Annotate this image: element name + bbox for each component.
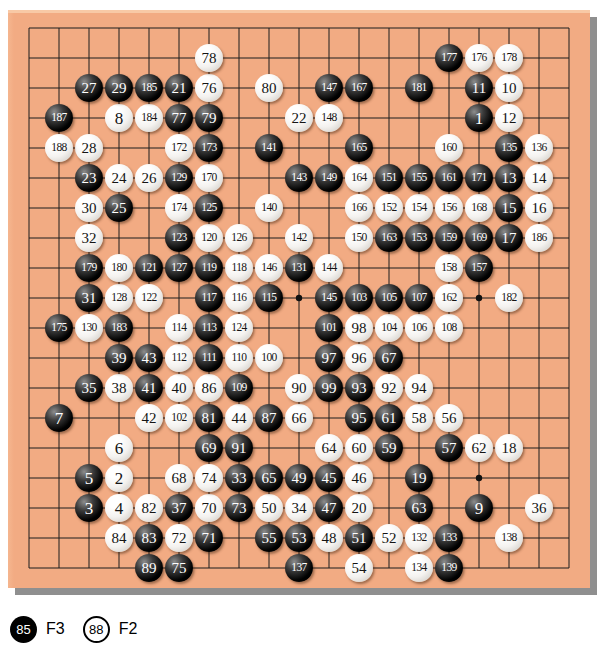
stone-number: 142 [291,232,306,244]
stone-black-93: 93 [345,374,373,402]
stone-number: 22 [292,111,307,126]
stone-white-84: 84 [105,524,133,552]
stone-number: 64 [322,441,337,456]
stone-white-26: 26 [135,164,163,192]
stone-white-18: 18 [495,434,523,462]
stone-white-128: 128 [105,284,133,312]
stone-number: 72 [172,531,187,546]
stone-black-67: 67 [375,344,403,372]
caption-black-move-coord: F3 [46,620,65,638]
stone-number: 126 [231,232,246,244]
stone-number: 87 [262,411,277,426]
stone-number: 173 [201,142,216,154]
stone-black-73: 73 [225,494,253,522]
stone-black-165: 165 [345,134,373,162]
stone-number: 117 [201,292,216,304]
stone-black-17: 17 [495,224,523,252]
stone-number: 167 [351,82,366,94]
stone-number: 169 [471,232,486,244]
stone-number: 162 [441,292,456,304]
stone-number: 50 [262,501,277,516]
stone-white-54: 54 [345,554,373,582]
stone-black-49: 49 [285,464,313,492]
stone-white-138: 138 [495,524,523,552]
stone-number: 10 [502,81,517,96]
stone-black-79: 79 [195,104,223,132]
stone-white-148: 148 [315,104,343,132]
stone-number: 52 [382,531,397,546]
stone-black-23: 23 [75,164,103,192]
stone-white-96: 96 [345,344,373,372]
stone-number: 102 [171,412,186,424]
stone-black-185: 185 [135,74,163,102]
stone-white-168: 168 [465,194,493,222]
stone-number: 73 [232,501,247,516]
stone-black-21: 21 [165,74,193,102]
stone-white-56: 56 [435,404,463,432]
stone-number: 124 [231,322,246,334]
stone-number: 135 [501,142,516,154]
stone-number: 5 [85,470,94,487]
stone-white-186: 186 [525,224,553,252]
stone-white-74: 74 [195,464,223,492]
stone-number: 80 [262,81,277,96]
caption-white-stone-icon: 88 [83,616,110,643]
stone-white-90: 90 [285,374,313,402]
stone-black-129: 129 [165,164,193,192]
stone-white-50: 50 [255,494,283,522]
stone-number: 109 [231,382,246,394]
stone-white-112: 112 [165,344,193,372]
stone-white-72: 72 [165,524,193,552]
stone-white-32: 32 [75,224,103,252]
stone-black-105: 105 [375,284,403,312]
stone-black-111: 111 [195,344,223,372]
stone-black-101: 101 [315,314,343,342]
stone-black-177: 177 [435,44,463,72]
stone-number: 67 [382,351,397,366]
stone-white-100: 100 [255,344,283,372]
stone-number: 180 [111,262,126,274]
caption: 85 F3 88 F2 [10,614,146,644]
stone-number: 46 [352,471,367,486]
stone-number: 133 [441,532,456,544]
stone-black-159: 159 [435,224,463,252]
stone-number: 168 [471,202,486,214]
stone-number: 35 [82,381,97,396]
stone-black-147: 147 [315,74,343,102]
stone-number: 77 [172,111,187,126]
stone-number: 144 [321,262,336,274]
stone-black-87: 87 [255,404,283,432]
stone-black-171: 171 [465,164,493,192]
stone-number: 104 [381,322,396,334]
stone-number: 145 [321,292,336,304]
stone-black-97: 97 [315,344,343,372]
stone-number: 17 [502,231,517,246]
stone-number: 1 [475,110,484,127]
stone-number: 105 [381,292,396,304]
stone-black-103: 103 [345,284,373,312]
stone-number: 125 [201,202,216,214]
stone-number: 16 [532,201,547,216]
stone-white-68: 68 [165,464,193,492]
stone-number: 115 [261,292,276,304]
stone-white-80: 80 [255,74,283,102]
caption-white-move-coord: F2 [119,620,138,638]
stone-white-102: 102 [165,404,193,432]
stone-white-60: 60 [345,434,373,462]
stone-white-122: 122 [135,284,163,312]
stone-black-89: 89 [135,554,163,582]
stone-white-124: 124 [225,314,253,342]
stone-number: 6 [115,440,124,457]
stone-number: 39 [112,351,127,366]
stone-white-10: 10 [495,74,523,102]
stone-black-45: 45 [315,464,343,492]
stone-white-182: 182 [495,284,523,312]
stone-white-126: 126 [225,224,253,252]
stone-black-179: 179 [75,254,103,282]
stone-white-52: 52 [375,524,403,552]
stone-number: 12 [502,111,517,126]
stone-white-4: 4 [105,494,133,522]
stone-number: 151 [381,172,396,184]
stone-number: 156 [441,202,456,214]
stone-white-104: 104 [375,314,403,342]
stone-white-108: 108 [435,314,463,342]
stone-white-86: 86 [195,374,223,402]
stone-number: 179 [81,262,96,274]
stone-number: 25 [112,201,127,216]
stone-number: 15 [502,201,517,216]
stone-number: 47 [322,501,337,516]
stone-number: 71 [202,531,217,546]
stone-white-28: 28 [75,134,103,162]
stone-number: 92 [382,381,397,396]
stone-white-130: 130 [75,314,103,342]
stone-black-131: 131 [285,254,313,282]
stone-number: 63 [412,501,427,516]
stone-number: 21 [172,81,187,96]
stone-white-164: 164 [345,164,373,192]
stone-black-41: 41 [135,374,163,402]
stone-number: 106 [411,322,426,334]
stone-black-119: 119 [195,254,223,282]
stone-black-153: 153 [405,224,433,252]
stone-white-66: 66 [285,404,313,432]
stones-layer: 1234567891011121314151617181920212223242… [8,10,590,588]
stone-white-160: 160 [435,134,463,162]
stone-white-180: 180 [105,254,133,282]
stone-number: 127 [171,262,186,274]
stone-number: 171 [471,172,486,184]
stone-number: 37 [172,501,187,516]
stone-number: 113 [201,322,216,334]
stone-black-183: 183 [105,314,133,342]
stone-number: 59 [382,441,397,456]
stone-black-7: 7 [45,404,73,432]
stone-white-78: 78 [195,44,223,72]
stone-white-62: 62 [465,434,493,462]
stone-black-71: 71 [195,524,223,552]
stone-black-53: 53 [285,524,313,552]
stone-white-110: 110 [225,344,253,372]
stone-black-51: 51 [345,524,373,552]
stone-black-113: 113 [195,314,223,342]
stone-number: 120 [201,232,216,244]
stone-number: 9 [475,500,484,517]
stone-number: 83 [142,531,157,546]
stone-black-43: 43 [135,344,163,372]
stone-number: 79 [202,111,217,126]
stone-number: 103 [351,292,366,304]
stone-number: 18 [502,441,517,456]
stone-white-20: 20 [345,494,373,522]
stone-number: 110 [231,352,246,364]
stone-black-143: 143 [285,164,313,192]
stone-black-125: 125 [195,194,223,222]
stone-number: 42 [142,411,157,426]
stone-number: 163 [381,232,396,244]
stone-white-16: 16 [525,194,553,222]
stone-white-94: 94 [405,374,433,402]
stone-number: 27 [82,81,97,96]
stone-number: 76 [202,81,217,96]
stone-black-99: 99 [315,374,343,402]
stone-number: 175 [51,322,66,334]
stone-white-64: 64 [315,434,343,462]
stone-number: 119 [201,262,216,274]
stone-number: 165 [351,142,366,154]
stone-number: 182 [501,292,516,304]
stone-white-120: 120 [195,224,223,252]
stone-black-149: 149 [315,164,343,192]
stone-number: 181 [411,82,426,94]
stone-white-76: 76 [195,74,223,102]
stone-white-162: 162 [435,284,463,312]
stone-number: 158 [441,262,456,274]
stone-white-174: 174 [165,194,193,222]
stone-white-146: 146 [255,254,283,282]
stone-number: 75 [172,561,187,576]
stone-black-155: 155 [405,164,433,192]
stone-white-30: 30 [75,194,103,222]
stone-number: 54 [352,561,367,576]
stone-white-176: 176 [465,44,493,72]
stone-white-132: 132 [405,524,433,552]
stone-number: 7 [55,410,64,427]
stone-number: 128 [111,292,126,304]
stone-number: 62 [472,441,487,456]
stone-number: 14 [532,171,547,186]
stone-white-188: 188 [45,134,73,162]
stone-number: 93 [352,381,367,396]
stone-number: 118 [231,262,246,274]
stone-number: 154 [411,202,426,214]
stone-white-42: 42 [135,404,163,432]
stone-number: 143 [291,172,306,184]
stone-black-1: 1 [465,104,493,132]
go-board: 1234567891011121314151617181920212223242… [8,10,590,588]
stone-white-38: 38 [105,374,133,402]
stone-white-156: 156 [435,194,463,222]
stone-black-121: 121 [135,254,163,282]
stone-white-12: 12 [495,104,523,132]
stone-white-70: 70 [195,494,223,522]
stone-white-2: 2 [105,464,133,492]
stone-white-8: 8 [105,104,133,132]
stone-white-170: 170 [195,164,223,192]
stone-number: 2 [115,470,124,487]
stone-number: 176 [471,52,486,64]
stone-white-144: 144 [315,254,343,282]
stone-number: 96 [352,351,367,366]
stone-number: 29 [112,81,127,96]
stone-number: 45 [322,471,337,486]
stone-black-123: 123 [165,224,193,252]
stone-number: 157 [471,262,486,274]
stone-number: 56 [442,411,457,426]
stone-number: 91 [232,441,247,456]
stone-number: 26 [142,171,157,186]
stone-black-109: 109 [225,374,253,402]
stone-number: 138 [501,532,516,544]
stone-number: 131 [291,262,306,274]
stone-white-172: 172 [165,134,193,162]
stone-number: 150 [351,232,366,244]
stone-number: 101 [321,322,336,334]
stone-number: 121 [141,262,156,274]
stone-black-9: 9 [465,494,493,522]
stone-black-75: 75 [165,554,193,582]
stone-number: 86 [202,381,217,396]
stone-black-33: 33 [225,464,253,492]
stone-black-91: 91 [225,434,253,462]
caption-black-stone-icon: 85 [10,616,37,643]
stone-white-34: 34 [285,494,313,522]
stone-white-114: 114 [165,314,193,342]
stone-number: 161 [441,172,456,184]
stone-black-107: 107 [405,284,433,312]
stone-number: 13 [502,171,517,186]
stone-number: 43 [142,351,157,366]
stone-black-3: 3 [75,494,103,522]
stone-number: 160 [441,142,456,154]
stone-number: 100 [261,352,276,364]
stone-black-137: 137 [285,554,313,582]
stone-number: 30 [82,201,97,216]
stone-number: 159 [441,232,456,244]
stone-white-178: 178 [495,44,523,72]
stone-black-173: 173 [195,134,223,162]
stone-black-167: 167 [345,74,373,102]
stone-number: 111 [202,352,217,364]
stone-black-115: 115 [255,284,283,312]
stone-number: 153 [411,232,426,244]
stone-number: 146 [261,262,276,274]
stone-number: 149 [321,172,336,184]
stone-number: 60 [352,441,367,456]
stone-number: 107 [411,292,426,304]
stone-black-81: 81 [195,404,223,432]
stone-number: 65 [262,471,277,486]
stone-black-55: 55 [255,524,283,552]
stone-black-163: 163 [375,224,403,252]
stone-number: 68 [172,471,187,486]
stone-black-127: 127 [165,254,193,282]
stone-black-187: 187 [45,104,73,132]
stone-white-98: 98 [345,314,373,342]
stone-black-25: 25 [105,194,133,222]
stone-black-139: 139 [435,554,463,582]
stone-black-157: 157 [465,254,493,282]
stone-black-35: 35 [75,374,103,402]
stone-white-58: 58 [405,404,433,432]
stone-number: 57 [442,441,457,456]
stone-white-22: 22 [285,104,313,132]
stone-number: 132 [411,532,426,544]
stone-number: 24 [112,171,127,186]
stone-number: 70 [202,501,217,516]
stone-number: 78 [202,51,217,66]
stone-number: 123 [171,232,186,244]
stone-number: 31 [82,291,97,306]
stone-number: 58 [412,411,427,426]
stone-black-169: 169 [465,224,493,252]
stone-number: 8 [115,110,124,127]
stone-number: 97 [322,351,337,366]
stone-black-37: 37 [165,494,193,522]
stone-number: 108 [441,322,456,334]
stone-white-154: 154 [405,194,433,222]
stone-number: 48 [322,531,337,546]
stone-number: 139 [441,562,456,574]
stone-white-142: 142 [285,224,313,252]
stone-number: 186 [531,232,546,244]
stone-number: 23 [82,171,97,186]
stone-number: 55 [262,531,277,546]
stone-black-83: 83 [135,524,163,552]
stone-black-141: 141 [255,134,283,162]
stone-white-184: 184 [135,104,163,132]
stone-number: 130 [81,322,96,334]
stone-number: 41 [142,381,157,396]
stone-white-40: 40 [165,374,193,402]
stone-number: 166 [351,202,366,214]
stone-white-158: 158 [435,254,463,282]
stone-number: 84 [112,531,127,546]
stone-number: 134 [411,562,426,574]
stone-number: 174 [171,202,186,214]
stone-black-145: 145 [315,284,343,312]
stone-number: 112 [171,352,186,364]
stone-black-39: 39 [105,344,133,372]
stone-number: 33 [232,471,247,486]
stone-black-5: 5 [75,464,103,492]
stone-number: 3 [85,500,94,517]
stone-number: 81 [202,411,217,426]
stone-number: 28 [82,141,97,156]
stone-white-150: 150 [345,224,373,252]
stone-black-65: 65 [255,464,283,492]
stone-number: 40 [172,381,187,396]
stone-white-134: 134 [405,554,433,582]
stone-black-47: 47 [315,494,343,522]
stone-black-59: 59 [375,434,403,462]
stone-white-36: 36 [525,494,553,522]
stone-number: 19 [412,471,427,486]
